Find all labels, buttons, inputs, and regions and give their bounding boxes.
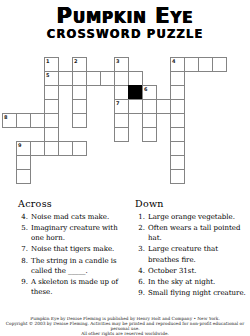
grid-cell: 7 — [114, 99, 129, 114]
across-clue: 8.The string in a candle is called the _… — [18, 256, 130, 276]
grid-cell — [58, 141, 73, 156]
grid-cell — [114, 113, 129, 128]
puzzle-page: { "game": "crossword", "header": { "titl… — [0, 0, 250, 336]
grid-cell — [170, 169, 185, 184]
grid-cell — [170, 155, 185, 170]
grid-cell: 9 — [16, 141, 31, 156]
across-clue: 4.Noise mad cats make. — [18, 212, 130, 222]
clue-number: 7. — [18, 244, 28, 254]
grid-cell: 3 — [114, 57, 129, 72]
grid-cell — [128, 71, 143, 86]
clue-text: Imaginary creature with one horn. — [31, 223, 130, 243]
down-clue: 9.Small flying night creature. — [135, 288, 249, 298]
down-clues-section: Down 1.Large orange vegetable.2.Often we… — [135, 198, 249, 299]
across-clues-list: 4.Noise mad cats make.5.Imaginary creatu… — [18, 212, 130, 297]
grid-cell — [100, 71, 115, 86]
grid-cell — [114, 71, 129, 86]
grid-cell — [44, 85, 59, 100]
clue-text: Small flying night creature. — [148, 288, 249, 298]
grid-cell: 6 — [142, 85, 157, 100]
footer-line: Copyright © 2003 by Denise Fleming. Acti… — [0, 321, 250, 331]
down-clues-list: 1.Large orange vegetable.2.Often wears a… — [135, 212, 249, 298]
grid-cell — [184, 57, 199, 72]
grid-cell — [16, 169, 31, 184]
grid-cell — [72, 99, 87, 114]
cell-number: 1 — [46, 58, 49, 64]
grid-cell: 8 — [2, 113, 17, 128]
cell-number: 6 — [144, 86, 147, 92]
grid-cell — [44, 141, 59, 156]
cell-number: 2 — [74, 58, 77, 64]
grid-cell — [142, 113, 157, 128]
grid-cell — [72, 113, 87, 128]
clue-number: 3. — [135, 244, 145, 264]
clue-number: 2. — [135, 223, 145, 243]
grid-cell — [72, 85, 87, 100]
cell-number: 9 — [18, 142, 21, 148]
grid-cell — [142, 127, 157, 142]
page-subtitle: CROSSWORD PUZZLE — [0, 28, 250, 41]
cell-number: 7 — [116, 100, 119, 106]
across-clue: 7.Noise that tigers make. — [18, 244, 130, 254]
clue-text: Large orange vegetable. — [148, 212, 249, 222]
clue-text: In the sky at night. — [148, 277, 249, 287]
across-clue: 5.Imaginary creature with one horn. — [18, 223, 130, 243]
clue-text: October 31st. — [148, 266, 249, 276]
grid-cell — [170, 85, 185, 100]
down-clue: 3.Large creature that breathes fire. — [135, 244, 249, 264]
grid-cell — [170, 71, 185, 86]
clue-number: 4. — [135, 266, 145, 276]
grid-cell — [170, 127, 185, 142]
cell-number: 5 — [46, 72, 49, 78]
down-clue: 2.Often wears a tall pointed hat. — [135, 223, 249, 243]
grid-cell — [170, 113, 185, 128]
clue-number: 1. — [135, 212, 145, 222]
grid-cell — [72, 71, 87, 86]
grid-cell: 2 — [72, 57, 87, 72]
grid-cell — [170, 99, 185, 114]
page-title: Pumpkin Eye — [0, 5, 250, 27]
down-heading: Down — [135, 198, 249, 209]
grid-cell — [114, 127, 129, 142]
down-clue: 4.October 31st. — [135, 266, 249, 276]
grid-cell: 4 — [170, 57, 185, 72]
clue-text: Often wears a tall pointed hat. — [148, 223, 249, 243]
clue-number: 4. — [18, 212, 28, 222]
clue-number: 9. — [18, 277, 28, 297]
crossword-grid: 123456789 — [2, 57, 229, 186]
clue-number: 8. — [18, 256, 28, 276]
cell-number: 4 — [172, 58, 175, 64]
grid-cell — [198, 57, 213, 72]
grid-cell — [44, 99, 59, 114]
across-heading: Across — [18, 198, 130, 209]
down-clue: 1.Large orange vegetable. — [135, 212, 249, 222]
clue-number: 5. — [18, 223, 28, 243]
across-clue: 9.A skeleton is made up of these. — [18, 277, 130, 297]
grid-cell — [16, 155, 31, 170]
grid-cell — [212, 57, 227, 72]
footer-line: All other rights are reserved worldwide. — [0, 331, 250, 336]
grid-cell — [58, 71, 73, 86]
grid-cell — [44, 113, 59, 128]
grid-cell — [44, 127, 59, 142]
black-cell — [128, 85, 143, 100]
clue-text: Large creature that breathes fire. — [148, 244, 249, 264]
grid-cell — [86, 71, 101, 86]
clue-text: A skeleton is made up of these. — [31, 277, 130, 297]
grid-cell — [170, 141, 185, 156]
clue-number: 6. — [135, 277, 145, 287]
grid-cell — [142, 99, 157, 114]
cell-number: 3 — [116, 58, 119, 64]
clue-text: Noise mad cats make. — [31, 212, 130, 222]
copyright-footer: Pumpkin Eye by Denise Fleming is publish… — [0, 316, 250, 336]
grid-cell — [30, 141, 45, 156]
grid-cell — [128, 99, 143, 114]
grid-cell — [30, 113, 45, 128]
grid-cell — [72, 141, 87, 156]
clue-text: Noise that tigers make. — [31, 244, 130, 254]
grid-cell — [114, 85, 129, 100]
page-header: Pumpkin Eye CROSSWORD PUZZLE — [0, 0, 250, 41]
across-clues-section: Across 4.Noise mad cats make.5.Imaginary… — [18, 198, 130, 298]
clue-number: 9. — [135, 288, 145, 298]
cell-number: 8 — [4, 114, 7, 120]
clue-text: The string in a candle is called the ___… — [31, 256, 130, 276]
grid-cell — [16, 113, 31, 128]
grid-cell: 5 — [44, 71, 59, 86]
grid-cell: 1 — [44, 57, 59, 72]
down-clue: 6.In the sky at night. — [135, 277, 249, 287]
grid-cell — [156, 99, 171, 114]
